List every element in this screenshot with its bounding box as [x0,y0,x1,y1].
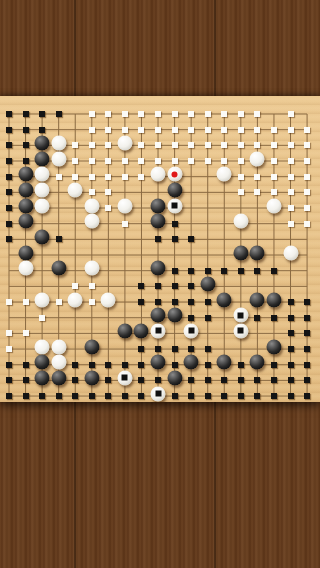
black-stone [35,229,50,244]
black-stone [18,214,33,229]
app-screen: 黑领先 25.75 子 黑: 210 子 提子: 0 白: 151 子 提子: … [0,0,320,568]
black-stone [217,355,232,370]
white-territory-marker [105,127,111,133]
last-move-dot [172,171,178,177]
black-territory-marker [56,393,62,399]
black-territory-marker [205,268,211,274]
black-stone [134,323,149,338]
white-territory-marker [221,158,227,164]
score-panel: 黑领先 25.75 子 黑: 210 子 提子: 0 白: 151 子 提子: … [0,402,320,568]
black-territory-marker [23,111,29,117]
white-stone [283,245,298,260]
black-territory-marker [205,299,211,305]
black-territory-marker [105,377,111,383]
white-territory-marker [89,189,95,195]
white-stone [35,182,50,197]
black-stone [117,323,132,338]
white-territory-marker [254,189,260,195]
black-territory-marker [56,236,62,242]
dead-stone-marker [155,391,161,397]
black-stone [51,370,66,385]
white-territory-marker [254,127,260,133]
black-territory-marker [138,393,144,399]
white-stone [35,339,50,354]
black-stone [250,355,265,370]
white-territory-marker [304,158,310,164]
white-territory-marker [72,158,78,164]
black-territory-marker [89,393,95,399]
black-territory-marker [221,393,227,399]
black-territory-marker [188,283,194,289]
white-territory-marker [105,174,111,180]
black-territory-marker [304,299,310,305]
white-territory-marker [89,299,95,305]
black-stone [151,308,166,323]
black-territory-marker [172,221,178,227]
white-stone [18,261,33,276]
black-territory-marker [288,330,294,336]
white-territory-marker [56,299,62,305]
white-stone [117,135,132,150]
black-territory-marker [172,268,178,274]
black-territory-marker [172,236,178,242]
white-territory-marker [39,315,45,321]
white-territory-marker [288,111,294,117]
white-territory-marker [304,174,310,180]
dead-stone-marker [122,375,128,381]
white-stone [217,167,232,182]
white-territory-marker [105,158,111,164]
dead-white-stone [151,386,166,401]
dead-white-stone [233,308,248,323]
white-territory-marker [122,111,128,117]
black-territory-marker [221,268,227,274]
black-territory-marker [6,158,12,164]
white-territory-marker [205,158,211,164]
white-stone [101,292,116,307]
black-stone [151,214,166,229]
white-territory-marker [238,158,244,164]
white-territory-marker [89,158,95,164]
white-territory-marker [23,330,29,336]
dead-stone-marker [238,312,244,318]
black-stone [151,198,166,213]
black-territory-marker [304,346,310,352]
white-territory-marker [89,142,95,148]
white-territory-marker [89,174,95,180]
white-territory-marker [105,205,111,211]
white-territory-marker [304,127,310,133]
white-territory-marker [288,174,294,180]
dead-white-stone [233,323,248,338]
black-territory-marker [6,377,12,383]
dead-white-stone [117,370,132,385]
black-territory-marker [138,346,144,352]
black-territory-marker [155,299,161,305]
white-territory-marker [221,127,227,133]
black-territory-marker [172,299,178,305]
white-territory-marker [288,127,294,133]
black-territory-marker [205,362,211,368]
white-territory-marker [271,142,277,148]
white-territory-marker [205,142,211,148]
black-stone [35,135,50,150]
black-territory-marker [238,268,244,274]
black-territory-marker [188,268,194,274]
black-territory-marker [138,283,144,289]
black-territory-marker [188,236,194,242]
black-territory-marker [172,346,178,352]
dead-white-stone [151,323,166,338]
black-territory-marker [6,236,12,242]
white-stone [250,151,265,166]
black-stone [18,182,33,197]
white-stone [233,214,248,229]
black-territory-marker [254,393,260,399]
white-territory-marker [254,142,260,148]
black-territory-marker [138,377,144,383]
black-stone [217,292,232,307]
white-territory-marker [221,142,227,148]
black-territory-marker [89,362,95,368]
white-territory-marker [105,142,111,148]
white-territory-marker [205,127,211,133]
white-territory-marker [188,142,194,148]
black-territory-marker [271,362,277,368]
black-territory-marker [23,377,29,383]
white-stone [84,214,99,229]
white-territory-marker [6,346,12,352]
black-territory-marker [188,377,194,383]
white-territory-marker [188,111,194,117]
white-territory-marker [105,111,111,117]
black-territory-marker [205,346,211,352]
black-territory-marker [288,377,294,383]
white-stone [51,135,66,150]
black-territory-marker [155,283,161,289]
go-board[interactable] [0,96,320,402]
white-territory-marker [188,158,194,164]
black-stone [35,370,50,385]
black-territory-marker [271,315,277,321]
white-territory-marker [304,221,310,227]
white-stone [266,198,281,213]
black-territory-marker [122,362,128,368]
black-territory-marker [304,315,310,321]
white-territory-marker [105,189,111,195]
black-territory-marker [188,393,194,399]
black-territory-marker [172,393,178,399]
black-territory-marker [72,377,78,383]
black-territory-marker [6,393,12,399]
white-territory-marker [188,127,194,133]
black-territory-marker [6,189,12,195]
white-territory-marker [138,127,144,133]
black-territory-marker [6,127,12,133]
black-territory-marker [304,330,310,336]
white-territory-marker [138,158,144,164]
black-stone [167,308,182,323]
black-territory-marker [288,393,294,399]
white-territory-marker [122,158,128,164]
black-territory-marker [238,393,244,399]
white-territory-marker [271,158,277,164]
white-territory-marker [6,299,12,305]
black-territory-marker [172,283,178,289]
black-territory-marker [188,346,194,352]
white-territory-marker [288,205,294,211]
white-territory-marker [172,111,178,117]
white-territory-marker [304,142,310,148]
white-territory-marker [271,174,277,180]
white-territory-marker [89,283,95,289]
white-territory-marker [254,174,260,180]
black-territory-marker [221,377,227,383]
white-territory-marker [155,158,161,164]
white-territory-marker [221,111,227,117]
white-territory-marker [138,142,144,148]
white-territory-marker [288,142,294,148]
black-stone [18,198,33,213]
white-territory-marker [205,111,211,117]
black-territory-marker [188,315,194,321]
black-territory-marker [105,393,111,399]
black-stone [250,245,265,260]
black-territory-marker [23,393,29,399]
black-territory-marker [6,221,12,227]
black-stone [151,355,166,370]
black-territory-marker [304,362,310,368]
dead-stone-marker [188,328,194,334]
white-territory-marker [172,158,178,164]
white-stone [151,167,166,182]
black-territory-marker [238,377,244,383]
black-territory-marker [6,142,12,148]
white-territory-marker [288,221,294,227]
black-territory-marker [288,346,294,352]
black-territory-marker [205,315,211,321]
black-stone [233,245,248,260]
black-territory-marker [271,268,277,274]
black-territory-marker [72,362,78,368]
white-territory-marker [238,174,244,180]
white-territory-marker [72,283,78,289]
white-territory-marker [89,127,95,133]
dead-stone-marker [172,203,178,209]
black-stone [18,167,33,182]
black-territory-marker [23,142,29,148]
white-territory-marker [122,127,128,133]
white-territory-marker [122,221,128,227]
white-territory-marker [155,142,161,148]
black-stone [151,261,166,276]
black-territory-marker [72,393,78,399]
white-territory-marker [238,189,244,195]
white-territory-marker [238,142,244,148]
black-stone [167,182,182,197]
white-stone [35,167,50,182]
black-territory-marker [155,377,161,383]
black-territory-marker [304,377,310,383]
white-stone [51,339,66,354]
white-territory-marker [172,127,178,133]
black-stone [35,355,50,370]
black-territory-marker [23,158,29,164]
black-territory-marker [172,362,178,368]
white-stone [35,292,50,307]
dead-white-stone [184,323,199,338]
black-territory-marker [138,299,144,305]
white-territory-marker [155,127,161,133]
white-territory-marker [172,142,178,148]
white-territory-marker [72,142,78,148]
white-stone-last-move [167,167,182,182]
white-territory-marker [271,189,277,195]
black-territory-marker [288,299,294,305]
white-territory-marker [288,158,294,164]
black-territory-marker [205,377,211,383]
black-stone [51,261,66,276]
black-territory-marker [6,174,12,180]
black-stone [18,245,33,260]
dead-white-stone [167,198,182,213]
black-territory-marker [39,127,45,133]
white-territory-marker [138,174,144,180]
black-territory-marker [138,362,144,368]
black-territory-marker [105,362,111,368]
black-stone [84,339,99,354]
black-territory-marker [205,393,211,399]
white-stone [51,151,66,166]
black-territory-marker [6,362,12,368]
dead-stone-marker [238,328,244,334]
white-stone [84,261,99,276]
black-territory-marker [155,236,161,242]
black-stone [266,292,281,307]
white-territory-marker [89,111,95,117]
white-stone [84,198,99,213]
white-territory-marker [304,189,310,195]
black-stone [167,370,182,385]
white-territory-marker [23,299,29,305]
white-territory-marker [56,174,62,180]
white-territory-marker [271,127,277,133]
black-stone [250,292,265,307]
black-territory-marker [6,205,12,211]
black-stone [200,276,215,291]
white-territory-marker [122,174,128,180]
white-stone [51,355,66,370]
black-territory-marker [271,393,277,399]
white-territory-marker [138,111,144,117]
black-territory-marker [39,393,45,399]
black-territory-marker [254,377,260,383]
black-territory-marker [254,315,260,321]
white-territory-marker [288,189,294,195]
black-stone [35,151,50,166]
black-stone [184,355,199,370]
white-stone [35,198,50,213]
black-territory-marker [288,315,294,321]
black-territory-marker [188,299,194,305]
black-territory-marker [56,111,62,117]
black-stone [266,339,281,354]
white-territory-marker [72,174,78,180]
black-territory-marker [304,393,310,399]
black-territory-marker [23,362,29,368]
black-territory-marker [6,111,12,117]
white-stone [68,182,83,197]
dead-stone-marker [155,328,161,334]
white-territory-marker [6,330,12,336]
black-territory-marker [271,377,277,383]
black-territory-marker [238,362,244,368]
black-territory-marker [122,393,128,399]
white-territory-marker [254,111,260,117]
black-territory-marker [288,362,294,368]
white-territory-marker [304,205,310,211]
black-territory-marker [39,111,45,117]
white-territory-marker [155,111,161,117]
white-territory-marker [238,111,244,117]
black-stone [84,370,99,385]
white-stone [117,198,132,213]
black-territory-marker [23,127,29,133]
white-stone [68,292,83,307]
black-territory-marker [155,346,161,352]
white-territory-marker [238,127,244,133]
black-territory-marker [254,268,260,274]
